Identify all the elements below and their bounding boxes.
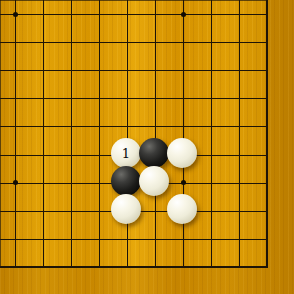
grid-line-vertical <box>71 0 72 268</box>
grid-line-vertical <box>239 0 240 268</box>
grid-line-horizontal-cut <box>0 0 268 1</box>
grid-line-horizontal <box>0 14 268 15</box>
grid-line-vertical <box>15 0 16 268</box>
grid-line-vertical <box>127 0 128 268</box>
grid-line-horizontal <box>0 42 268 43</box>
grid-line-vertical <box>155 0 156 268</box>
star-point-k4 <box>13 180 18 185</box>
board-edge-bottom <box>0 266 268 268</box>
grid-line-horizontal <box>0 239 268 240</box>
go-board[interactable]: 1 <box>0 0 294 294</box>
grid-line-horizontal <box>0 98 268 99</box>
stone-black-p5 <box>139 138 169 168</box>
board-edge-right <box>266 0 268 268</box>
grid-line-horizontal <box>0 126 268 127</box>
stone-white-q5 <box>167 138 197 168</box>
board-margin-right <box>268 0 294 294</box>
board-margin-bottom <box>0 268 268 294</box>
star-point-k10 <box>13 12 18 17</box>
stone-black-o4 <box>111 166 141 196</box>
grid-line-vertical <box>183 0 184 268</box>
stone-white-q3 <box>167 194 197 224</box>
stone-white-p4 <box>139 166 169 196</box>
stone-white-o5: 1 <box>111 138 141 168</box>
grid-line-vertical <box>211 0 212 268</box>
grid-line-vertical <box>99 0 100 268</box>
star-point-q10 <box>181 12 186 17</box>
move-number-label: 1 <box>111 138 141 168</box>
stone-white-o3 <box>111 194 141 224</box>
grid-line-horizontal <box>0 70 268 71</box>
star-point-q4 <box>181 180 186 185</box>
grid-line-vertical-cut <box>0 0 1 268</box>
grid-line-vertical <box>43 0 44 268</box>
